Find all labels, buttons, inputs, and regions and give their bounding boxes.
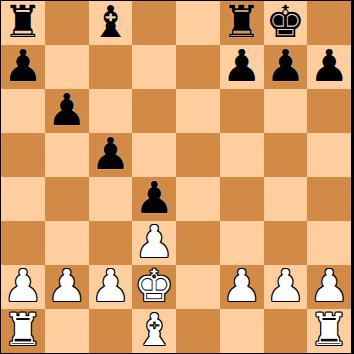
square-a8[interactable]: ♜ <box>1 1 45 45</box>
square-g7[interactable]: ♟ <box>264 45 308 89</box>
white-king[interactable]: ♚ <box>134 264 173 308</box>
square-h5[interactable] <box>307 133 351 177</box>
square-g2[interactable]: ♟ <box>264 265 308 309</box>
white-bishop[interactable]: ♝ <box>134 308 173 352</box>
square-a3[interactable] <box>1 221 45 265</box>
square-h4[interactable] <box>307 177 351 221</box>
white-pawn[interactable]: ♟ <box>266 264 305 308</box>
square-e1[interactable] <box>176 309 220 353</box>
square-h6[interactable] <box>307 89 351 133</box>
square-b6[interactable]: ♟ <box>45 89 89 133</box>
square-d3[interactable]: ♟ <box>132 221 176 265</box>
board-grid: ♜♝♜♚♟♟♟♟♟♟♟♟♟♟♟♚♟♟♟♜♝♜ <box>1 1 351 351</box>
square-b5[interactable] <box>45 133 89 177</box>
black-pawn[interactable]: ♟ <box>134 176 173 220</box>
square-g4[interactable] <box>264 177 308 221</box>
square-c6[interactable] <box>89 89 133 133</box>
square-b2[interactable]: ♟ <box>45 265 89 309</box>
white-pawn[interactable]: ♟ <box>309 264 348 308</box>
square-e3[interactable] <box>176 221 220 265</box>
black-rook[interactable]: ♜ <box>222 0 261 44</box>
square-c3[interactable] <box>89 221 133 265</box>
square-c5[interactable]: ♟ <box>89 133 133 177</box>
square-d4[interactable]: ♟ <box>132 177 176 221</box>
square-e8[interactable] <box>176 1 220 45</box>
square-e4[interactable] <box>176 177 220 221</box>
square-f7[interactable]: ♟ <box>220 45 264 89</box>
square-d8[interactable] <box>132 1 176 45</box>
square-h1[interactable]: ♜ <box>307 309 351 353</box>
square-h8[interactable] <box>307 1 351 45</box>
square-d5[interactable] <box>132 133 176 177</box>
square-d1[interactable]: ♝ <box>132 309 176 353</box>
white-pawn[interactable]: ♟ <box>222 264 261 308</box>
square-f4[interactable] <box>220 177 264 221</box>
square-a6[interactable] <box>1 89 45 133</box>
square-b1[interactable] <box>45 309 89 353</box>
square-e7[interactable] <box>176 45 220 89</box>
square-g3[interactable] <box>264 221 308 265</box>
black-rook[interactable]: ♜ <box>3 0 42 44</box>
square-g1[interactable] <box>264 309 308 353</box>
square-b3[interactable] <box>45 221 89 265</box>
square-h3[interactable] <box>307 221 351 265</box>
black-pawn[interactable]: ♟ <box>91 132 130 176</box>
square-f1[interactable] <box>220 309 264 353</box>
square-a5[interactable] <box>1 133 45 177</box>
square-c4[interactable] <box>89 177 133 221</box>
square-d7[interactable] <box>132 45 176 89</box>
white-pawn[interactable]: ♟ <box>91 264 130 308</box>
square-f8[interactable]: ♜ <box>220 1 264 45</box>
black-pawn[interactable]: ♟ <box>222 44 261 88</box>
square-g5[interactable] <box>264 133 308 177</box>
chessboard: ♜♝♜♚♟♟♟♟♟♟♟♟♟♟♟♚♟♟♟♜♝♜ <box>0 0 354 354</box>
square-a1[interactable]: ♜ <box>1 309 45 353</box>
square-a2[interactable]: ♟ <box>1 265 45 309</box>
square-h7[interactable]: ♟ <box>307 45 351 89</box>
black-pawn[interactable]: ♟ <box>266 44 305 88</box>
square-b7[interactable] <box>45 45 89 89</box>
square-f3[interactable] <box>220 221 264 265</box>
square-g6[interactable] <box>264 89 308 133</box>
black-pawn[interactable]: ♟ <box>47 88 86 132</box>
black-pawn[interactable]: ♟ <box>3 44 42 88</box>
square-a7[interactable]: ♟ <box>1 45 45 89</box>
square-f5[interactable] <box>220 133 264 177</box>
white-pawn[interactable]: ♟ <box>3 264 42 308</box>
black-bishop[interactable]: ♝ <box>91 0 130 44</box>
square-a4[interactable] <box>1 177 45 221</box>
square-d2[interactable]: ♚ <box>132 265 176 309</box>
white-pawn[interactable]: ♟ <box>47 264 86 308</box>
square-f6[interactable] <box>220 89 264 133</box>
square-h2[interactable]: ♟ <box>307 265 351 309</box>
square-e6[interactable] <box>176 89 220 133</box>
black-pawn[interactable]: ♟ <box>309 44 348 88</box>
square-c8[interactable]: ♝ <box>89 1 133 45</box>
square-c7[interactable] <box>89 45 133 89</box>
square-b4[interactable] <box>45 177 89 221</box>
square-g8[interactable]: ♚ <box>264 1 308 45</box>
square-e2[interactable] <box>176 265 220 309</box>
square-e5[interactable] <box>176 133 220 177</box>
square-f2[interactable]: ♟ <box>220 265 264 309</box>
black-king[interactable]: ♚ <box>266 0 305 44</box>
square-c2[interactable]: ♟ <box>89 265 133 309</box>
square-d6[interactable] <box>132 89 176 133</box>
white-pawn[interactable]: ♟ <box>134 220 173 264</box>
white-rook[interactable]: ♜ <box>3 308 42 352</box>
square-c1[interactable] <box>89 309 133 353</box>
white-rook[interactable]: ♜ <box>309 308 348 352</box>
square-b8[interactable] <box>45 1 89 45</box>
